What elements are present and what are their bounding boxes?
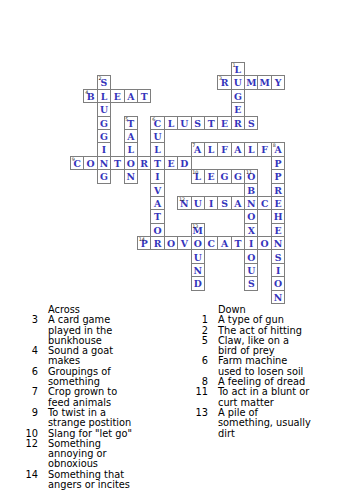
grid-cell-r13c13[interactable]: I <box>244 236 258 250</box>
grid-cell-r10c10[interactable]: I <box>204 196 218 210</box>
grid-cell-r7c7[interactable]: E <box>164 156 178 170</box>
grid-cell-r10c6[interactable]: A <box>150 196 164 210</box>
grid-cell-r8c15[interactable]: P <box>271 169 285 183</box>
cell-letter: Y <box>275 77 282 87</box>
cell-letter: I <box>155 171 159 181</box>
clue-number: 9 <box>24 408 38 429</box>
clue-text: Something that angers or incites <box>48 470 134 491</box>
cell-letter: U <box>234 77 242 87</box>
grid-cell-r10c8[interactable]: 12N <box>177 196 191 210</box>
grid-cell-r11c6[interactable]: T <box>150 209 164 223</box>
cell-letter: O <box>167 238 175 248</box>
cell-letter: D <box>180 158 188 168</box>
cell-letter: G <box>234 171 242 181</box>
grid-cell-r10c9[interactable]: U <box>191 196 205 210</box>
clue-text: To twist in a strange postition <box>48 408 134 429</box>
cell-letter: T <box>208 118 215 128</box>
grid-cell-r8c6[interactable]: I <box>150 169 164 183</box>
cell-letter: A <box>127 131 134 141</box>
grid-cell-r6c13[interactable]: L <box>244 142 258 156</box>
grid-cell-r6c2[interactable]: I <box>97 142 111 156</box>
grid-cell-r5c6[interactable]: U <box>150 129 164 143</box>
grid-cell-r11c13[interactable]: O <box>244 209 258 223</box>
cell-letter: L <box>154 144 161 154</box>
cell-letter: U <box>153 131 161 141</box>
cell-letter: V <box>181 238 188 248</box>
cell-letter: N <box>274 238 283 248</box>
grid-cell-r7c5[interactable]: R <box>137 156 151 170</box>
clue-row-14: 14Something that angers or incites <box>24 470 150 491</box>
down-clue-list: 1A type of gun2The act of hitting5Claw, … <box>194 315 324 439</box>
grid-cell-r2c5[interactable]: T <box>137 89 151 103</box>
cell-letter: T <box>154 158 161 168</box>
cell-letter: L <box>127 144 134 154</box>
grid-cell-r16c15[interactable]: O <box>271 276 285 290</box>
cell-letter: O <box>194 238 202 248</box>
cell-letter: O <box>127 158 135 168</box>
grid-cell-r4c12[interactable]: R <box>231 116 245 130</box>
grid-cell-r2c12[interactable]: G <box>231 89 245 103</box>
cell-letter: I <box>249 238 253 248</box>
cell-letter: H <box>274 211 283 221</box>
cell-letter: F <box>221 144 228 154</box>
down-clues-section: Down 1A type of gun2The act of hitting5C… <box>194 305 324 439</box>
grid-cell-r7c8[interactable]: D <box>177 156 191 170</box>
grid-cell-r8c11[interactable]: G <box>217 169 231 183</box>
clue-text: Claw, like on a bird of prey <box>218 336 311 357</box>
grid-cell-r7c4[interactable]: O <box>124 156 138 170</box>
grid-cell-r5c2[interactable]: G <box>97 129 111 143</box>
clue-row-9: 9To twist in a strange postition <box>24 408 150 429</box>
cell-letter: R <box>274 185 282 195</box>
cell-clue-number: 4 <box>85 90 88 95</box>
grid-cell-r12c13[interactable]: X <box>244 223 258 237</box>
cell-clue-number: 7 <box>192 143 195 148</box>
grid-cell-r4c8[interactable]: U <box>177 116 191 130</box>
grid-cell-r15c13[interactable]: U <box>244 263 258 277</box>
clue-row-6: 6Groupings of something <box>24 367 150 388</box>
cell-letter: L <box>168 118 175 128</box>
clue-number: 3 <box>24 315 38 346</box>
grid-cell-r13c5[interactable]: 14P <box>137 236 151 250</box>
cell-letter: U <box>180 118 188 128</box>
grid-cell-r2c3[interactable]: E <box>110 89 124 103</box>
grid-cell-r6c15[interactable]: 8A <box>271 142 285 156</box>
clue-text: Something annoying or obnoxious <box>48 439 134 470</box>
cell-letter: V <box>154 185 161 195</box>
grid-cell-r7c1[interactable]: O <box>83 156 97 170</box>
grid-cell-r2c1[interactable]: 4B <box>83 89 97 103</box>
grid-cell-r13c6[interactable]: R <box>150 236 164 250</box>
cell-letter: O <box>247 252 255 262</box>
cell-letter: E <box>208 171 215 181</box>
cell-letter: G <box>234 91 242 101</box>
cell-clue-number: 11 <box>246 170 252 175</box>
cell-letter: F <box>261 144 268 154</box>
clue-number: 5 <box>194 336 208 357</box>
cell-letter: I <box>276 265 280 275</box>
grid-cell-r7c6[interactable]: T <box>150 156 164 170</box>
cell-letter: S <box>275 252 282 262</box>
cell-letter: E <box>221 118 228 128</box>
grid-cell-r10c12[interactable]: A <box>231 196 245 210</box>
grid-cell-r13c7[interactable]: O <box>164 236 178 250</box>
cell-clue-number: 3 <box>219 76 222 81</box>
cell-letter: D <box>194 278 202 288</box>
cell-letter: L <box>208 144 215 154</box>
grid-cell-r11c15[interactable]: H <box>271 209 285 223</box>
grid-cell-r14c9[interactable]: U <box>191 249 205 263</box>
cell-letter: E <box>114 91 121 101</box>
cell-letter: M <box>246 77 256 87</box>
cell-clue-number: 2 <box>99 76 102 81</box>
cell-letter: A <box>234 198 241 208</box>
grid-cell-r13c14[interactable]: O <box>257 236 271 250</box>
clue-number: 11 <box>194 387 208 408</box>
clue-row-3: 3A card game played in the bunkhouse <box>24 315 150 346</box>
grid-cell-r1c2[interactable]: 2S <box>97 75 111 89</box>
grid-cell-r13c9[interactable]: O <box>191 236 205 250</box>
cell-letter: E <box>234 104 241 114</box>
grid-cell-r1c13[interactable]: M <box>244 75 258 89</box>
grid-cell-r1c11[interactable]: 3R <box>217 75 231 89</box>
grid-cell-r16c9[interactable]: D <box>191 276 205 290</box>
cell-letter: S <box>248 118 255 128</box>
clue-text: Groupings of something <box>48 367 134 388</box>
cell-letter: E <box>275 198 282 208</box>
grid-cell-r2c2[interactable]: L <box>97 89 111 103</box>
grid-cell-r4c10[interactable]: T <box>204 116 218 130</box>
cell-letter: M <box>260 77 270 87</box>
grid-cell-r15c15[interactable]: I <box>271 263 285 277</box>
cell-letter: P <box>275 158 282 168</box>
clue-number: 13 <box>194 408 208 439</box>
clue-text: Sound a goat makes <box>48 346 134 367</box>
cell-letter: N <box>193 265 202 275</box>
cell-letter: G <box>100 131 108 141</box>
clue-text: A card game played in the bunkhouse <box>48 315 134 346</box>
grid-cell-r6c10[interactable]: L <box>204 142 218 156</box>
cell-clue-number: 5 <box>125 117 128 122</box>
grid-cell-r4c6[interactable]: 6C <box>150 116 164 130</box>
grid-cell-r17c15[interactable]: N <box>271 290 285 304</box>
cell-letter: O <box>261 238 269 248</box>
cell-letter: L <box>248 144 255 154</box>
clue-text: To act in a blunt or curt matter <box>218 387 311 408</box>
clue-number: 4 <box>24 346 38 367</box>
grid-cell-r15c9[interactable]: N <box>191 263 205 277</box>
cell-letter: L <box>101 91 108 101</box>
grid-cell-r8c13[interactable]: 11O <box>244 169 258 183</box>
grid-cell-r12c9[interactable]: 13M <box>191 223 205 237</box>
cell-letter: S <box>248 278 255 288</box>
grid-cell-r6c6[interactable]: L <box>150 142 164 156</box>
cell-clue-number: 14 <box>139 237 145 242</box>
cell-letter: U <box>194 252 202 262</box>
grid-cell-r12c15[interactable]: E <box>271 223 285 237</box>
grid-cell-r9c15[interactable]: R <box>271 183 285 197</box>
grid-cell-r1c15[interactable]: Y <box>271 75 285 89</box>
grid-cell-r10c15[interactable]: E <box>271 196 285 210</box>
cell-letter: U <box>247 265 255 275</box>
grid-cell-r9c13[interactable]: B <box>244 183 258 197</box>
cell-letter: C <box>207 238 214 248</box>
clue-number: 6 <box>194 356 208 377</box>
cell-letter: G <box>100 118 108 128</box>
cell-letter: T <box>154 211 161 221</box>
grid-cell-r6c12[interactable]: A <box>231 142 245 156</box>
grid-cell-r14c15[interactable]: S <box>271 249 285 263</box>
clue-row-5: 5Claw, like on a bird of prey <box>194 336 324 357</box>
crossword-grid: 1L2S3RUMMY4BLEATGUEG5T6CLUSTERSGAUILL7AL… <box>70 62 284 303</box>
cell-letter: X <box>248 225 255 235</box>
cell-clue-number: 9 <box>72 157 75 162</box>
cell-clue-number: 10 <box>192 170 198 175</box>
grid-cell-r14c13[interactable]: O <box>244 249 258 263</box>
grid-cell-r8c10[interactable]: E <box>204 169 218 183</box>
grid-cell-r7c15[interactable]: P <box>271 156 285 170</box>
cell-letter: O <box>153 225 161 235</box>
cell-letter: T <box>234 238 241 248</box>
clue-row-12: 12Something annoying or obnoxious <box>24 439 150 470</box>
cell-letter: R <box>234 118 242 128</box>
grid-cell-r2c4[interactable]: A <box>124 89 138 103</box>
cell-letter: N <box>247 198 256 208</box>
cell-clue-number: 8 <box>273 143 276 148</box>
clue-row-6: 6Farm machine used to losen soil <box>194 356 324 377</box>
cell-letter: S <box>221 198 228 208</box>
cell-letter: T <box>114 158 121 168</box>
cell-clue-number: 1 <box>232 63 235 68</box>
grid-cell-r6c14[interactable]: F <box>257 142 271 156</box>
grid-cell-r7c0[interactable]: 9C <box>70 156 84 170</box>
cell-letter: S <box>194 118 201 128</box>
grid-cell-r10c11[interactable]: S <box>217 196 231 210</box>
cell-letter: A <box>127 91 134 101</box>
cell-letter: N <box>127 171 136 181</box>
grid-cell-r13c11[interactable]: A <box>217 236 231 250</box>
cell-letter: O <box>87 158 95 168</box>
grid-cell-r4c7[interactable]: L <box>164 116 178 130</box>
across-clue-list: 3A card game played in the bunkhouse4Sou… <box>24 315 150 490</box>
cell-letter: C <box>261 198 268 208</box>
cell-letter: O <box>274 278 282 288</box>
grid-cell-r3c12[interactable]: E <box>231 102 245 116</box>
grid-cell-r13c12[interactable]: T <box>231 236 245 250</box>
cell-letter: A <box>221 238 228 248</box>
cell-letter: G <box>100 171 108 181</box>
grid-cell-r1c14[interactable]: M <box>257 75 271 89</box>
grid-cell-r7c2[interactable]: N <box>97 156 111 170</box>
grid-cell-r10c13[interactable]: N <box>244 196 258 210</box>
grid-cell-r3c2[interactable]: U <box>97 102 111 116</box>
cell-letter: U <box>100 104 108 114</box>
grid-cell-r8c12[interactable]: G <box>231 169 245 183</box>
clue-text: A pile of something, usually dirt <box>218 408 311 439</box>
crossword-page: 1L2S3RUMMY4BLEATGUEG5T6CLUSTERSGAUILL7AL… <box>0 0 354 500</box>
grid-cell-r13c15[interactable]: N <box>271 236 285 250</box>
clue-text: Crop grown to feed animals <box>48 387 134 408</box>
grid-cell-r6c9[interactable]: 7A <box>191 142 205 156</box>
grid-cell-r0c12[interactable]: 1L <box>231 62 245 76</box>
cell-clue-number: 13 <box>192 224 198 229</box>
grid-cell-r8c9[interactable]: 10L <box>191 169 205 183</box>
cell-letter: P <box>275 171 282 181</box>
grid-cell-r4c11[interactable]: E <box>217 116 231 130</box>
cell-letter: E <box>275 225 282 235</box>
grid-cell-r6c11[interactable]: F <box>217 142 231 156</box>
grid-cell-r10c14[interactable]: C <box>257 196 271 210</box>
cell-letter: N <box>274 292 283 302</box>
cell-letter: G <box>221 171 229 181</box>
grid-cell-r8c2[interactable]: G <box>97 169 111 183</box>
cell-clue-number: 6 <box>152 117 155 122</box>
cell-clue-number: 12 <box>179 197 185 202</box>
grid-cell-r4c4[interactable]: 5T <box>124 116 138 130</box>
clue-number: 6 <box>24 367 38 388</box>
grid-cell-r9c6[interactable]: V <box>150 183 164 197</box>
grid-cell-r4c2[interactable]: G <box>97 116 111 130</box>
grid-cell-r12c6[interactable]: O <box>150 223 164 237</box>
grid-cell-r13c8[interactable]: V <box>177 236 191 250</box>
cell-letter: R <box>140 158 148 168</box>
clue-row-13: 13A pile of something, usually dirt <box>194 408 324 439</box>
cell-letter: O <box>247 211 255 221</box>
clue-row-4: 4Sound a goat makes <box>24 346 150 367</box>
cell-letter: R <box>154 238 162 248</box>
cell-letter: B <box>247 185 255 195</box>
clue-row-7: 7Crop grown to feed animals <box>24 387 150 408</box>
cell-letter: E <box>167 158 174 168</box>
clue-text: Farm machine used to losen soil <box>218 356 311 377</box>
grid-cell-r6c4[interactable]: L <box>124 142 138 156</box>
grid-cell-r4c13[interactable]: S <box>244 116 258 130</box>
clue-number: 14 <box>24 470 38 491</box>
cell-letter: I <box>209 198 213 208</box>
clue-number: 12 <box>24 439 38 470</box>
cell-letter: A <box>154 198 161 208</box>
cell-letter: A <box>234 144 241 154</box>
clue-number: 7 <box>24 387 38 408</box>
clue-row-11: 11To act in a blunt or curt matter <box>194 387 324 408</box>
cell-letter: N <box>100 158 109 168</box>
cell-letter: T <box>141 91 148 101</box>
grid-cell-r8c4[interactable]: N <box>124 169 138 183</box>
grid-cell-r5c4[interactable]: A <box>124 129 138 143</box>
grid-cell-r16c13[interactable]: S <box>244 276 258 290</box>
grid-cell-r4c9[interactable]: S <box>191 116 205 130</box>
grid-cell-r13c10[interactable]: C <box>204 236 218 250</box>
grid-cell-r1c12[interactable]: U <box>231 75 245 89</box>
across-clues-section: Across 3A card game played in the bunkho… <box>24 305 150 490</box>
cell-letter: U <box>194 198 202 208</box>
cell-letter: I <box>102 144 106 154</box>
grid-cell-r7c3[interactable]: T <box>110 156 124 170</box>
cell-letter: L <box>235 64 242 74</box>
